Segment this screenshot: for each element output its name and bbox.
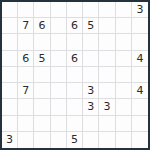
cell-r5c7[interactable] [99, 67, 115, 83]
cell-r8c2[interactable] [18, 116, 34, 132]
cell-r3c1[interactable] [2, 34, 18, 50]
cell-r3c6[interactable] [83, 34, 99, 50]
given-digit: 3 [136, 4, 143, 15]
given-digit: 3 [6, 134, 13, 145]
cell-r5c8[interactable] [116, 67, 132, 83]
cell-r1c8[interactable] [116, 2, 132, 18]
cell-r8c9[interactable] [132, 116, 148, 132]
cell-r7c4[interactable] [51, 99, 67, 115]
cell-r3c2[interactable] [18, 34, 34, 50]
cell-r5c5[interactable] [67, 67, 83, 83]
cell-r2c5: 6 [67, 18, 83, 34]
cell-r4c5: 6 [67, 51, 83, 67]
cell-r1c5[interactable] [67, 2, 83, 18]
given-digit: 6 [22, 53, 29, 64]
cell-r7c1[interactable] [2, 99, 18, 115]
cell-r5c3[interactable] [34, 67, 50, 83]
cell-r3c3[interactable] [34, 34, 50, 50]
cell-r1c2[interactable] [18, 2, 34, 18]
cell-r4c7[interactable] [99, 51, 115, 67]
cell-r4c2: 6 [18, 51, 34, 67]
cell-r2c4[interactable] [51, 18, 67, 34]
cell-r9c4[interactable] [51, 132, 67, 148]
cell-r7c2[interactable] [18, 99, 34, 115]
cell-r4c1[interactable] [2, 51, 18, 67]
cell-r6c1[interactable] [2, 83, 18, 99]
cell-r2c2: 7 [18, 18, 34, 34]
cell-r1c4[interactable] [51, 2, 67, 18]
given-digit: 7 [22, 85, 29, 96]
cell-r8c1[interactable] [2, 116, 18, 132]
cell-r6c5[interactable] [67, 83, 83, 99]
given-digit: 5 [39, 53, 46, 64]
given-digit: 6 [39, 20, 46, 31]
cell-r3c8[interactable] [116, 34, 132, 50]
given-digit: 4 [136, 85, 143, 96]
cell-r4c9: 4 [132, 51, 148, 67]
cell-r6c2: 7 [18, 83, 34, 99]
cell-r2c7[interactable] [99, 18, 115, 34]
cell-r8c4[interactable] [51, 116, 67, 132]
given-digit: 6 [71, 53, 78, 64]
cell-r9c2[interactable] [18, 132, 34, 148]
cell-r3c9[interactable] [132, 34, 148, 50]
cell-r3c4[interactable] [51, 34, 67, 50]
given-digit: 3 [87, 85, 94, 96]
cell-r8c5[interactable] [67, 116, 83, 132]
cell-r8c3[interactable] [34, 116, 50, 132]
cell-r1c6[interactable] [83, 2, 99, 18]
cell-r3c7[interactable] [99, 34, 115, 50]
cell-r5c4[interactable] [51, 67, 67, 83]
cell-r2c9[interactable] [132, 18, 148, 34]
cell-r7c6: 3 [83, 99, 99, 115]
cell-r1c9: 3 [132, 2, 148, 18]
cell-r5c6[interactable] [83, 67, 99, 83]
cell-r8c7[interactable] [99, 116, 115, 132]
cell-r9c9[interactable] [132, 132, 148, 148]
cell-r1c1[interactable] [2, 2, 18, 18]
given-digit: 3 [87, 101, 94, 112]
cell-r5c9[interactable] [132, 67, 148, 83]
cell-r4c4[interactable] [51, 51, 67, 67]
cell-r2c8[interactable] [116, 18, 132, 34]
cell-r5c1[interactable] [2, 67, 18, 83]
puzzle-board: 3766565647343335 [0, 0, 150, 150]
given-digit: 5 [71, 134, 78, 145]
cell-r4c8[interactable] [116, 51, 132, 67]
cell-r7c3[interactable] [34, 99, 50, 115]
cell-r2c3: 6 [34, 18, 50, 34]
cell-r7c5[interactable] [67, 99, 83, 115]
cell-r6c8[interactable] [116, 83, 132, 99]
cell-r6c6: 3 [83, 83, 99, 99]
given-digit: 4 [136, 53, 143, 64]
given-digit: 3 [103, 101, 110, 112]
cell-r6c4[interactable] [51, 83, 67, 99]
given-digit: 7 [22, 20, 29, 31]
cell-r6c9: 4 [132, 83, 148, 99]
cell-r7c7: 3 [99, 99, 115, 115]
cell-r9c1: 3 [2, 132, 18, 148]
cell-r9c7[interactable] [99, 132, 115, 148]
cell-r2c6: 5 [83, 18, 99, 34]
cell-r5c2[interactable] [18, 67, 34, 83]
cell-r8c6[interactable] [83, 116, 99, 132]
cell-r3c5[interactable] [67, 34, 83, 50]
cell-r4c3: 5 [34, 51, 50, 67]
cell-r4c6[interactable] [83, 51, 99, 67]
cell-r9c5: 5 [67, 132, 83, 148]
given-digit: 6 [71, 20, 78, 31]
cell-r9c6[interactable] [83, 132, 99, 148]
cell-r6c3[interactable] [34, 83, 50, 99]
cell-r9c8[interactable] [116, 132, 132, 148]
cell-r1c3[interactable] [34, 2, 50, 18]
cell-r1c7[interactable] [99, 2, 115, 18]
cell-r7c8[interactable] [116, 99, 132, 115]
cell-r9c3[interactable] [34, 132, 50, 148]
cell-r7c9[interactable] [132, 99, 148, 115]
cell-r8c8[interactable] [116, 116, 132, 132]
cell-r6c7[interactable] [99, 83, 115, 99]
given-digit: 5 [87, 20, 94, 31]
cell-r2c1[interactable] [2, 18, 18, 34]
